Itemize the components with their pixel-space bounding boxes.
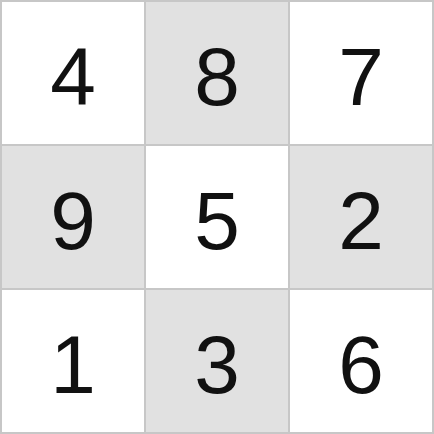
- grid-cell-r1c2[interactable]: 8: [146, 2, 288, 144]
- grid-cell-r3c2[interactable]: 3: [146, 290, 288, 432]
- grid-cell-r2c1[interactable]: 9: [2, 146, 144, 288]
- grid-cell-r1c3[interactable]: 7: [290, 2, 432, 144]
- grid-cell-r2c3[interactable]: 2: [290, 146, 432, 288]
- number-grid-board: 4 8 7 9 5 2 1 3 6: [0, 0, 434, 434]
- grid-cell-r3c3[interactable]: 6: [290, 290, 432, 432]
- grid-cell-r3c1[interactable]: 1: [2, 290, 144, 432]
- grid-cell-r2c2[interactable]: 5: [146, 146, 288, 288]
- grid-cell-r1c1[interactable]: 4: [2, 2, 144, 144]
